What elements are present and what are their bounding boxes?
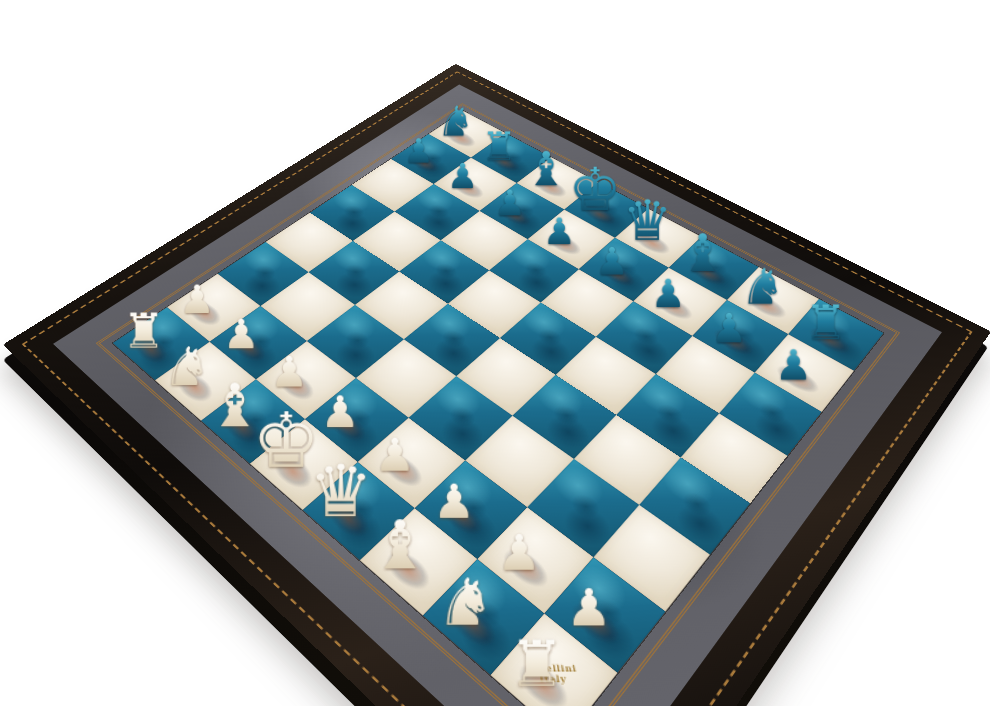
piece-blue-pawn-e7[interactable]: ♟ <box>595 243 629 279</box>
piece-blue-pawn-c7[interactable]: ♟ <box>494 186 526 220</box>
piece-blue-pawn-f7[interactable]: ♟ <box>651 275 686 312</box>
piece-white-pawn-d2[interactable]: ♟ <box>321 391 360 432</box>
piece-blue-knight-g8[interactable]: ♞ <box>740 263 785 310</box>
piece-blue-rook-h8[interactable]: ♜ <box>805 301 847 346</box>
chess-board: ♞♜♝♚♛♝♞♜♟♟♟♟♟♟♟♟♟♟♟♟♟♟♟♟♜♞♝♚♛♝♞♜Chiellin… <box>3 64 990 706</box>
piece-blue-pawn-h7[interactable]: ♟ <box>775 345 812 385</box>
piece-blue-pawn-d7[interactable]: ♟ <box>543 214 576 249</box>
piece-white-knight-b1[interactable]: ♞ <box>163 342 211 393</box>
piece-white-pawn-c2[interactable]: ♟ <box>270 351 308 391</box>
scene: ♞♜♝♚♛♝♞♜♟♟♟♟♟♟♟♟♟♟♟♟♟♟♟♟♜♞♝♚♛♝♞♜Chiellin… <box>0 0 990 706</box>
piece-blue-king-d8[interactable]: ♚ <box>569 162 622 218</box>
piece-white-rook-a1[interactable]: ♜ <box>122 309 165 354</box>
piece-blue-knight-a8[interactable]: ♞ <box>437 102 474 141</box>
piece-blue-queen-e8[interactable]: ♛ <box>622 194 672 247</box>
piece-white-pawn-b2[interactable]: ♟ <box>224 315 260 354</box>
piece-white-queen-e1[interactable]: ♛ <box>309 457 374 525</box>
board-frame: ♞♜♝♚♛♝♞♜♟♟♟♟♟♟♟♟♟♟♟♟♟♟♟♟♜♞♝♚♛♝♞♜Chiellin… <box>3 64 990 706</box>
piece-blue-bishop-c8[interactable]: ♝ <box>525 146 567 191</box>
piece-blue-pawn-b7[interactable]: ♟ <box>448 160 479 193</box>
piece-white-pawn-f2[interactable]: ♟ <box>433 479 475 524</box>
piece-white-pawn-h2[interactable]: ♟ <box>566 583 612 632</box>
piece-white-rook-h1[interactable]: ♜ <box>508 635 565 695</box>
piece-white-pawn-a2[interactable]: ♟ <box>180 281 215 318</box>
piece-white-bishop-f1[interactable]: ♝ <box>370 513 431 577</box>
piece-blue-bishop-f8[interactable]: ♝ <box>680 229 726 278</box>
piece-white-pawn-g2[interactable]: ♟ <box>497 529 541 576</box>
piece-blue-pawn-g7[interactable]: ♟ <box>711 309 747 347</box>
piece-white-pawn-e2[interactable]: ♟ <box>375 433 416 476</box>
piece-blue-pawn-a7[interactable]: ♟ <box>404 135 434 167</box>
piece-blue-rook-b8[interactable]: ♜ <box>482 128 517 165</box>
piece-white-knight-g1[interactable]: ♞ <box>436 571 495 633</box>
